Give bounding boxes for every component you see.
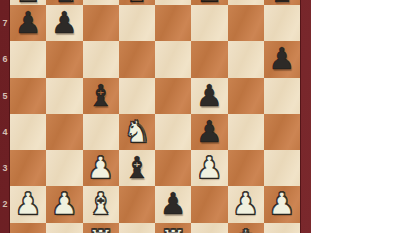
square-f1[interactable] — [191, 223, 227, 234]
square-h4[interactable] — [264, 114, 300, 150]
square-c3[interactable]: ♟ — [83, 150, 119, 186]
screenshot-root: ♜♞♛♜♚♟♟♟♝♟♞♟♟♝♟♟♟♝♟♟♟♜♜♚ 87654321 — [0, 0, 414, 233]
white-pawn-b2: ♟ — [51, 189, 78, 219]
square-b1[interactable] — [46, 223, 82, 234]
square-g3[interactable] — [228, 150, 264, 186]
white-bishop-c2: ♝ — [87, 189, 114, 219]
square-b6[interactable] — [46, 41, 82, 77]
white-pawn-c3: ♟ — [87, 153, 114, 183]
white-knight-d4: ♞ — [123, 117, 150, 147]
white-pawn-g2: ♟ — [232, 189, 259, 219]
square-d1[interactable] — [119, 223, 155, 234]
square-d3[interactable]: ♝ — [119, 150, 155, 186]
square-g1[interactable]: ♚ — [228, 223, 264, 234]
square-g2[interactable]: ♟ — [228, 186, 264, 222]
square-d7[interactable] — [119, 5, 155, 41]
square-f2[interactable] — [191, 186, 227, 222]
square-c5[interactable]: ♝ — [83, 78, 119, 114]
square-a1[interactable] — [10, 223, 46, 234]
square-h1[interactable] — [264, 223, 300, 234]
square-e4[interactable] — [155, 114, 191, 150]
square-e2[interactable]: ♟ — [155, 186, 191, 222]
rank-label-7: 7 — [0, 18, 10, 28]
square-c4[interactable] — [83, 114, 119, 150]
board-frame: ♜♞♛♜♚♟♟♟♝♟♞♟♟♝♟♟♟♝♟♟♟♜♜♚ 87654321 — [0, 0, 311, 233]
square-e5[interactable] — [155, 78, 191, 114]
square-e6[interactable] — [155, 41, 191, 77]
white-pawn-f3: ♟ — [196, 153, 223, 183]
black-pawn-b7: ♟ — [51, 8, 78, 38]
square-g7[interactable] — [228, 5, 264, 41]
square-b2[interactable]: ♟ — [46, 186, 82, 222]
square-d5[interactable] — [119, 78, 155, 114]
white-pawn-h2: ♟ — [268, 189, 295, 219]
square-g4[interactable] — [228, 114, 264, 150]
black-pawn-e2: ♟ — [160, 189, 187, 219]
square-a2[interactable]: ♟ — [10, 186, 46, 222]
square-b3[interactable] — [46, 150, 82, 186]
square-d4[interactable]: ♞ — [119, 114, 155, 150]
black-pawn-f4: ♟ — [196, 117, 223, 147]
page-background — [311, 0, 414, 233]
square-h7[interactable] — [264, 5, 300, 41]
square-g5[interactable] — [228, 78, 264, 114]
square-b5[interactable] — [46, 78, 82, 114]
black-bishop-c5: ♝ — [87, 81, 114, 111]
rank-label-3: 3 — [0, 163, 10, 173]
square-a3[interactable] — [10, 150, 46, 186]
square-e3[interactable] — [155, 150, 191, 186]
square-c1[interactable]: ♜ — [83, 223, 119, 234]
black-pawn-f5: ♟ — [196, 81, 223, 111]
chess-board[interactable]: ♜♞♛♜♚♟♟♟♝♟♞♟♟♝♟♟♟♝♟♟♟♜♜♚ — [10, 0, 300, 233]
white-pawn-a2: ♟ — [15, 189, 42, 219]
rank-label-4: 4 — [0, 127, 10, 137]
square-e1[interactable]: ♜ — [155, 223, 191, 234]
square-h5[interactable] — [264, 78, 300, 114]
square-a7[interactable]: ♟ — [10, 5, 46, 41]
square-h3[interactable] — [264, 150, 300, 186]
square-b4[interactable] — [46, 114, 82, 150]
square-c6[interactable] — [83, 41, 119, 77]
black-bishop-d3: ♝ — [123, 153, 150, 183]
square-c2[interactable]: ♝ — [83, 186, 119, 222]
rank-label-5: 5 — [0, 91, 10, 101]
black-pawn-h6: ♟ — [268, 44, 295, 74]
white-rook-e1: ♜ — [160, 226, 187, 233]
square-f3[interactable]: ♟ — [191, 150, 227, 186]
square-e7[interactable] — [155, 5, 191, 41]
square-d2[interactable] — [119, 186, 155, 222]
square-a6[interactable] — [10, 41, 46, 77]
square-f7[interactable] — [191, 5, 227, 41]
rank-label-6: 6 — [0, 54, 10, 64]
square-h6[interactable]: ♟ — [264, 41, 300, 77]
square-d6[interactable] — [119, 41, 155, 77]
black-pawn-a7: ♟ — [15, 8, 42, 38]
white-rook-c1: ♜ — [87, 226, 114, 233]
square-f5[interactable]: ♟ — [191, 78, 227, 114]
square-a5[interactable] — [10, 78, 46, 114]
square-c7[interactable] — [83, 5, 119, 41]
white-king-g1: ♚ — [232, 226, 259, 233]
rank-label-2: 2 — [0, 199, 10, 209]
square-f6[interactable] — [191, 41, 227, 77]
square-h2[interactable]: ♟ — [264, 186, 300, 222]
square-b7[interactable]: ♟ — [46, 5, 82, 41]
square-g6[interactable] — [228, 41, 264, 77]
square-a4[interactable] — [10, 114, 46, 150]
square-f4[interactable]: ♟ — [191, 114, 227, 150]
